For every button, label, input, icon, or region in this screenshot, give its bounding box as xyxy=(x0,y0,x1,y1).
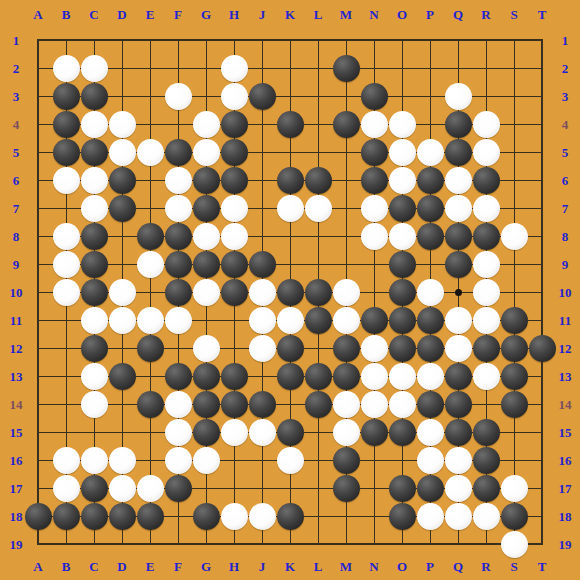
white-stone-S8[interactable] xyxy=(501,223,528,250)
row-label-left-12: 12 xyxy=(10,342,23,355)
black-stone-F10[interactable] xyxy=(165,279,192,306)
black-stone-S11[interactable] xyxy=(501,307,528,334)
white-stone-R13[interactable] xyxy=(473,363,500,390)
black-stone-M13[interactable] xyxy=(333,363,360,390)
black-stone-G6[interactable] xyxy=(193,167,220,194)
black-stone-C3[interactable] xyxy=(81,83,108,110)
white-stone-E11[interactable] xyxy=(137,307,164,334)
col-label-bottom-S: S xyxy=(510,560,517,573)
col-label-top-S: S xyxy=(510,8,517,21)
black-stone-H4[interactable] xyxy=(221,111,248,138)
white-stone-F14[interactable] xyxy=(165,391,192,418)
black-stone-S13[interactable] xyxy=(501,363,528,390)
white-stone-D16[interactable] xyxy=(109,447,136,474)
row-label-right-16: 16 xyxy=(559,454,572,467)
black-stone-B4[interactable] xyxy=(53,111,80,138)
white-stone-C4[interactable] xyxy=(81,111,108,138)
black-stone-E8[interactable] xyxy=(137,223,164,250)
white-stone-P15[interactable] xyxy=(417,419,444,446)
white-stone-L7[interactable] xyxy=(305,195,332,222)
black-stone-A18[interactable] xyxy=(25,503,52,530)
black-stone-G13[interactable] xyxy=(193,363,220,390)
white-stone-Q6[interactable] xyxy=(445,167,472,194)
white-stone-N12[interactable] xyxy=(361,335,388,362)
black-stone-R6[interactable] xyxy=(473,167,500,194)
black-stone-O10[interactable] xyxy=(389,279,416,306)
black-stone-H6[interactable] xyxy=(221,167,248,194)
white-stone-G8[interactable] xyxy=(193,223,220,250)
black-stone-K13[interactable] xyxy=(277,363,304,390)
col-label-bottom-J: J xyxy=(259,560,266,573)
grid-horizontal-line-19 xyxy=(37,543,543,545)
row-label-right-13: 13 xyxy=(559,370,572,383)
black-stone-K18[interactable] xyxy=(277,503,304,530)
col-label-bottom-M: M xyxy=(340,560,352,573)
col-label-top-P: P xyxy=(426,8,434,21)
row-label-right-1: 1 xyxy=(562,34,569,47)
col-label-bottom-K: K xyxy=(285,560,295,573)
col-label-bottom-E: E xyxy=(146,560,155,573)
row-label-right-7: 7 xyxy=(562,202,569,215)
row-label-left-17: 17 xyxy=(10,482,23,495)
white-stone-Q16[interactable] xyxy=(445,447,472,474)
white-stone-P10[interactable] xyxy=(417,279,444,306)
black-stone-C18[interactable] xyxy=(81,503,108,530)
row-label-right-5: 5 xyxy=(562,146,569,159)
white-stone-N4[interactable] xyxy=(361,111,388,138)
white-stone-J12[interactable] xyxy=(249,335,276,362)
black-stone-H14[interactable] xyxy=(221,391,248,418)
col-label-top-C: C xyxy=(89,8,98,21)
black-stone-G14[interactable] xyxy=(193,391,220,418)
row-label-left-9: 9 xyxy=(13,258,20,271)
black-stone-E18[interactable] xyxy=(137,503,164,530)
black-stone-M17[interactable] xyxy=(333,475,360,502)
col-label-bottom-O: O xyxy=(397,560,407,573)
white-stone-H18[interactable] xyxy=(221,503,248,530)
white-stone-Q11[interactable] xyxy=(445,307,472,334)
col-label-bottom-C: C xyxy=(89,560,98,573)
black-stone-L6[interactable] xyxy=(305,167,332,194)
black-stone-P6[interactable] xyxy=(417,167,444,194)
white-stone-F7[interactable] xyxy=(165,195,192,222)
row-label-right-11: 11 xyxy=(559,314,571,327)
black-stone-H10[interactable] xyxy=(221,279,248,306)
black-stone-D18[interactable] xyxy=(109,503,136,530)
row-label-left-3: 3 xyxy=(13,90,20,103)
white-stone-Q17[interactable] xyxy=(445,475,472,502)
white-stone-H7[interactable] xyxy=(221,195,248,222)
white-stone-R18[interactable] xyxy=(473,503,500,530)
white-stone-B6[interactable] xyxy=(53,167,80,194)
row-label-right-14: 14 xyxy=(559,398,572,411)
col-label-bottom-D: D xyxy=(117,560,126,573)
black-stone-C12[interactable] xyxy=(81,335,108,362)
white-stone-G5[interactable] xyxy=(193,139,220,166)
white-stone-P13[interactable] xyxy=(417,363,444,390)
col-label-top-H: H xyxy=(229,8,239,21)
col-label-bottom-P: P xyxy=(426,560,434,573)
white-stone-B2[interactable] xyxy=(53,55,80,82)
white-stone-G12[interactable] xyxy=(193,335,220,362)
white-stone-C7[interactable] xyxy=(81,195,108,222)
black-stone-J14[interactable] xyxy=(249,391,276,418)
black-stone-O15[interactable] xyxy=(389,419,416,446)
row-label-left-10: 10 xyxy=(10,286,23,299)
white-stone-E5[interactable] xyxy=(137,139,164,166)
row-label-left-6: 6 xyxy=(13,174,20,187)
black-stone-E14[interactable] xyxy=(137,391,164,418)
white-stone-J10[interactable] xyxy=(249,279,276,306)
row-label-left-5: 5 xyxy=(13,146,20,159)
black-stone-S18[interactable] xyxy=(501,503,528,530)
white-stone-K11[interactable] xyxy=(277,307,304,334)
white-stone-D17[interactable] xyxy=(109,475,136,502)
white-stone-P5[interactable] xyxy=(417,139,444,166)
black-stone-O11[interactable] xyxy=(389,307,416,334)
white-stone-O14[interactable] xyxy=(389,391,416,418)
white-stone-K7[interactable] xyxy=(277,195,304,222)
go-board[interactable]: AABBCCDDEEFFGGHHJJKKLLMMNNOOPPQQRRSSTT11… xyxy=(0,0,580,580)
row-label-right-2: 2 xyxy=(562,62,569,75)
white-stone-Q18[interactable] xyxy=(445,503,472,530)
white-stone-B17[interactable] xyxy=(53,475,80,502)
black-stone-L14[interactable] xyxy=(305,391,332,418)
black-stone-Q8[interactable] xyxy=(445,223,472,250)
row-label-right-9: 9 xyxy=(562,258,569,271)
black-stone-S12[interactable] xyxy=(501,335,528,362)
black-stone-F9[interactable] xyxy=(165,251,192,278)
black-stone-G7[interactable] xyxy=(193,195,220,222)
white-stone-D4[interactable] xyxy=(109,111,136,138)
black-stone-F5[interactable] xyxy=(165,139,192,166)
white-stone-O13[interactable] xyxy=(389,363,416,390)
row-label-left-16: 16 xyxy=(10,454,23,467)
black-stone-N6[interactable] xyxy=(361,167,388,194)
black-stone-Q4[interactable] xyxy=(445,111,472,138)
white-stone-D11[interactable] xyxy=(109,307,136,334)
col-label-top-M: M xyxy=(340,8,352,21)
black-stone-C5[interactable] xyxy=(81,139,108,166)
black-stone-R17[interactable] xyxy=(473,475,500,502)
star-point-Q10 xyxy=(455,289,462,296)
row-label-left-11: 11 xyxy=(10,314,22,327)
black-stone-P12[interactable] xyxy=(417,335,444,362)
black-stone-O17[interactable] xyxy=(389,475,416,502)
white-stone-G4[interactable] xyxy=(193,111,220,138)
white-stone-F11[interactable] xyxy=(165,307,192,334)
col-label-top-Q: Q xyxy=(453,8,463,21)
white-stone-E9[interactable] xyxy=(137,251,164,278)
black-stone-F13[interactable] xyxy=(165,363,192,390)
black-stone-Q9[interactable] xyxy=(445,251,472,278)
black-stone-O9[interactable] xyxy=(389,251,416,278)
white-stone-J18[interactable] xyxy=(249,503,276,530)
white-stone-M11[interactable] xyxy=(333,307,360,334)
black-stone-T12[interactable] xyxy=(529,335,556,362)
row-label-left-15: 15 xyxy=(10,426,23,439)
col-label-top-L: L xyxy=(314,8,323,21)
black-stone-Q13[interactable] xyxy=(445,363,472,390)
row-label-right-19: 19 xyxy=(559,538,572,551)
col-label-top-G: G xyxy=(201,8,211,21)
row-label-right-8: 8 xyxy=(562,230,569,243)
white-stone-N14[interactable] xyxy=(361,391,388,418)
black-stone-J3[interactable] xyxy=(249,83,276,110)
white-stone-S17[interactable] xyxy=(501,475,528,502)
white-stone-R10[interactable] xyxy=(473,279,500,306)
white-stone-E17[interactable] xyxy=(137,475,164,502)
black-stone-H5[interactable] xyxy=(221,139,248,166)
white-stone-C11[interactable] xyxy=(81,307,108,334)
black-stone-B3[interactable] xyxy=(53,83,80,110)
white-stone-H8[interactable] xyxy=(221,223,248,250)
row-label-right-17: 17 xyxy=(559,482,572,495)
black-stone-M16[interactable] xyxy=(333,447,360,474)
black-stone-M2[interactable] xyxy=(333,55,360,82)
col-label-bottom-L: L xyxy=(314,560,323,573)
black-stone-C9[interactable] xyxy=(81,251,108,278)
black-stone-D6[interactable] xyxy=(109,167,136,194)
black-stone-L10[interactable] xyxy=(305,279,332,306)
black-stone-C17[interactable] xyxy=(81,475,108,502)
black-stone-F8[interactable] xyxy=(165,223,192,250)
grid-vertical-line-T xyxy=(541,39,543,545)
row-label-left-1: 1 xyxy=(13,34,20,47)
col-label-bottom-N: N xyxy=(369,560,378,573)
white-stone-J15[interactable] xyxy=(249,419,276,446)
col-label-top-T: T xyxy=(538,8,547,21)
col-label-top-E: E xyxy=(146,8,155,21)
black-stone-R12[interactable] xyxy=(473,335,500,362)
col-label-top-O: O xyxy=(397,8,407,21)
black-stone-P14[interactable] xyxy=(417,391,444,418)
white-stone-O6[interactable] xyxy=(389,167,416,194)
white-stone-H3[interactable] xyxy=(221,83,248,110)
col-label-bottom-B: B xyxy=(62,560,71,573)
row-label-right-12: 12 xyxy=(559,342,572,355)
black-stone-R16[interactable] xyxy=(473,447,500,474)
black-stone-K15[interactable] xyxy=(277,419,304,446)
col-label-top-A: A xyxy=(33,8,42,21)
white-stone-D5[interactable] xyxy=(109,139,136,166)
row-label-left-19: 19 xyxy=(10,538,23,551)
col-label-bottom-H: H xyxy=(229,560,239,573)
black-stone-K6[interactable] xyxy=(277,167,304,194)
black-stone-J9[interactable] xyxy=(249,251,276,278)
white-stone-O4[interactable] xyxy=(389,111,416,138)
white-stone-M14[interactable] xyxy=(333,391,360,418)
white-stone-C13[interactable] xyxy=(81,363,108,390)
black-stone-G18[interactable] xyxy=(193,503,220,530)
black-stone-S14[interactable] xyxy=(501,391,528,418)
black-stone-C8[interactable] xyxy=(81,223,108,250)
black-stone-M12[interactable] xyxy=(333,335,360,362)
row-label-left-13: 13 xyxy=(10,370,23,383)
col-label-bottom-A: A xyxy=(33,560,42,573)
white-stone-G16[interactable] xyxy=(193,447,220,474)
black-stone-Q5[interactable] xyxy=(445,139,472,166)
white-stone-R7[interactable] xyxy=(473,195,500,222)
white-stone-B10[interactable] xyxy=(53,279,80,306)
white-stone-J11[interactable] xyxy=(249,307,276,334)
col-label-bottom-Q: Q xyxy=(453,560,463,573)
black-stone-H9[interactable] xyxy=(221,251,248,278)
black-stone-N5[interactable] xyxy=(361,139,388,166)
black-stone-P11[interactable] xyxy=(417,307,444,334)
white-stone-F6[interactable] xyxy=(165,167,192,194)
white-stone-O8[interactable] xyxy=(389,223,416,250)
white-stone-R4[interactable] xyxy=(473,111,500,138)
white-stone-R9[interactable] xyxy=(473,251,500,278)
white-stone-R5[interactable] xyxy=(473,139,500,166)
black-stone-M4[interactable] xyxy=(333,111,360,138)
black-stone-G9[interactable] xyxy=(193,251,220,278)
white-stone-B16[interactable] xyxy=(53,447,80,474)
white-stone-H15[interactable] xyxy=(221,419,248,446)
col-label-top-D: D xyxy=(117,8,126,21)
black-stone-R8[interactable] xyxy=(473,223,500,250)
row-label-left-7: 7 xyxy=(13,202,20,215)
row-label-right-15: 15 xyxy=(559,426,572,439)
row-label-right-4: 4 xyxy=(562,118,569,131)
black-stone-O7[interactable] xyxy=(389,195,416,222)
white-stone-H2[interactable] xyxy=(221,55,248,82)
white-stone-B8[interactable] xyxy=(53,223,80,250)
black-stone-K10[interactable] xyxy=(277,279,304,306)
white-stone-S19[interactable] xyxy=(501,531,528,558)
black-stone-P8[interactable] xyxy=(417,223,444,250)
white-stone-C14[interactable] xyxy=(81,391,108,418)
black-stone-N11[interactable] xyxy=(361,307,388,334)
white-stone-G10[interactable] xyxy=(193,279,220,306)
black-stone-D13[interactable] xyxy=(109,363,136,390)
row-label-left-4: 4 xyxy=(13,118,20,131)
black-stone-P17[interactable] xyxy=(417,475,444,502)
white-stone-F3[interactable] xyxy=(165,83,192,110)
black-stone-E12[interactable] xyxy=(137,335,164,362)
row-label-right-10: 10 xyxy=(559,286,572,299)
black-stone-B18[interactable] xyxy=(53,503,80,530)
col-label-top-N: N xyxy=(369,8,378,21)
black-stone-D7[interactable] xyxy=(109,195,136,222)
black-stone-O12[interactable] xyxy=(389,335,416,362)
black-stone-Q14[interactable] xyxy=(445,391,472,418)
black-stone-Q15[interactable] xyxy=(445,419,472,446)
black-stone-O18[interactable] xyxy=(389,503,416,530)
black-stone-K4[interactable] xyxy=(277,111,304,138)
col-label-top-K: K xyxy=(285,8,295,21)
black-stone-P7[interactable] xyxy=(417,195,444,222)
white-stone-Q3[interactable] xyxy=(445,83,472,110)
row-label-right-3: 3 xyxy=(562,90,569,103)
black-stone-C10[interactable] xyxy=(81,279,108,306)
col-label-top-R: R xyxy=(481,8,490,21)
row-label-right-6: 6 xyxy=(562,174,569,187)
white-stone-N13[interactable] xyxy=(361,363,388,390)
white-stone-P18[interactable] xyxy=(417,503,444,530)
white-stone-B9[interactable] xyxy=(53,251,80,278)
white-stone-F16[interactable] xyxy=(165,447,192,474)
white-stone-D10[interactable] xyxy=(109,279,136,306)
white-stone-P16[interactable] xyxy=(417,447,444,474)
white-stone-C16[interactable] xyxy=(81,447,108,474)
black-stone-F17[interactable] xyxy=(165,475,192,502)
white-stone-M15[interactable] xyxy=(333,419,360,446)
col-label-bottom-F: F xyxy=(174,560,182,573)
white-stone-Q7[interactable] xyxy=(445,195,472,222)
black-stone-B5[interactable] xyxy=(53,139,80,166)
black-stone-R15[interactable] xyxy=(473,419,500,446)
black-stone-N15[interactable] xyxy=(361,419,388,446)
white-stone-M10[interactable] xyxy=(333,279,360,306)
row-label-left-18: 18 xyxy=(10,510,23,523)
col-label-top-J: J xyxy=(259,8,266,21)
row-label-left-8: 8 xyxy=(13,230,20,243)
black-stone-L11[interactable] xyxy=(305,307,332,334)
white-stone-R11[interactable] xyxy=(473,307,500,334)
white-stone-C6[interactable] xyxy=(81,167,108,194)
col-label-bottom-G: G xyxy=(201,560,211,573)
black-stone-G15[interactable] xyxy=(193,419,220,446)
black-stone-L13[interactable] xyxy=(305,363,332,390)
col-label-top-B: B xyxy=(62,8,71,21)
black-stone-K12[interactable] xyxy=(277,335,304,362)
white-stone-K16[interactable] xyxy=(277,447,304,474)
white-stone-N7[interactable] xyxy=(361,195,388,222)
row-label-left-14: 14 xyxy=(10,398,23,411)
row-label-left-2: 2 xyxy=(13,62,20,75)
white-stone-O5[interactable] xyxy=(389,139,416,166)
white-stone-F15[interactable] xyxy=(165,419,192,446)
col-label-top-F: F xyxy=(174,8,182,21)
white-stone-C2[interactable] xyxy=(81,55,108,82)
grid-vertical-line-S xyxy=(514,39,515,545)
black-stone-N3[interactable] xyxy=(361,83,388,110)
black-stone-H13[interactable] xyxy=(221,363,248,390)
white-stone-N8[interactable] xyxy=(361,223,388,250)
col-label-bottom-T: T xyxy=(538,560,547,573)
white-stone-Q12[interactable] xyxy=(445,335,472,362)
row-label-right-18: 18 xyxy=(559,510,572,523)
col-label-bottom-R: R xyxy=(481,560,490,573)
